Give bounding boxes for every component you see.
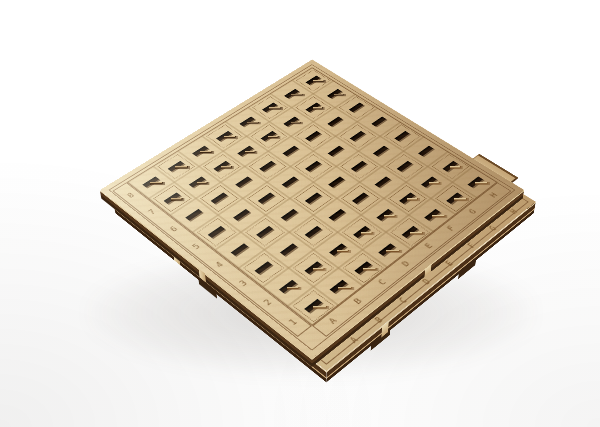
piece-tile: ♖ [298,267,327,309]
foot-tab [458,260,476,279]
white-bishop-glyph: ♗ [423,188,440,211]
white-bishop-glyph: ♗ [353,240,371,264]
white-queen-glyph: ♕ [377,221,395,244]
piece-tile: ♙ [300,236,324,270]
white-pawn-glyph: ♙ [305,247,319,266]
white-rook-glyph: ♖ [303,279,322,303]
perspective-wrapper: ABCDEFGH 87654321 ABCDEFGH ♜♞♝♛♚♝ [0,0,600,427]
product-photo: ABCDEFGH 87654321 ABCDEFGH ♜♞♝♛♚♝ [0,0,600,427]
white-knight-glyph: ♘ [328,260,347,284]
wooden-chess-box: ABCDEFGH 87654321 ABCDEFGH ♜♞♝♛♚♝ [100,60,524,359]
piece-tile: ♟ [160,168,182,200]
foot-tab [371,330,390,351]
white-pawn-glyph: ♙ [279,265,294,285]
white-king-glyph: ♔ [400,203,418,226]
piece-tile: ♘ [323,248,351,289]
white-knight-glyph: ♘ [445,173,462,195]
black-pawn-glyph: ♟ [164,178,178,196]
white-pawn-glyph: ♙ [329,229,343,248]
piece-tile: ♙ [275,254,299,289]
